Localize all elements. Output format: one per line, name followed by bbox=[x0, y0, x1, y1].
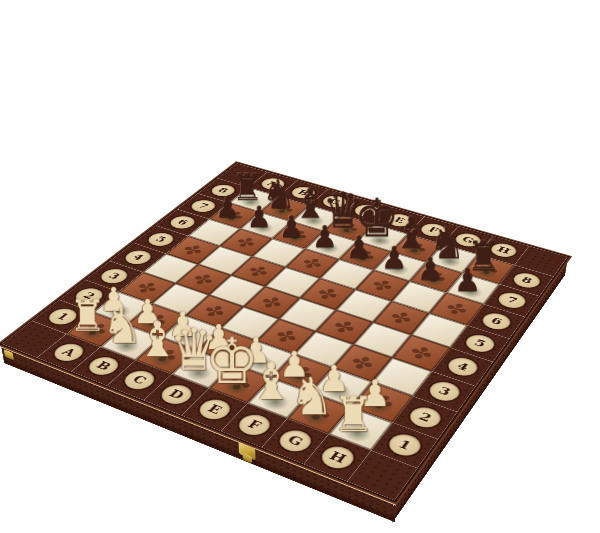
rosette-ornament: ✤ bbox=[368, 277, 398, 295]
file-label-bottom-g: G bbox=[274, 427, 316, 455]
black-pawn-g7: ♟ bbox=[417, 254, 444, 284]
rosette-ornament: ✤ bbox=[386, 309, 417, 328]
chess-set-photo: ABCDEFGH8♜✤♞♝✤♛♚✤♝♞✤♜87✤♟♟✤♟♟✤♟♟✤♟♟76✤✤✤… bbox=[0, 0, 600, 533]
rosette-ornament: ✤ bbox=[313, 285, 343, 303]
black-pawn-h7: ♟ bbox=[454, 265, 482, 296]
rank-label-right-2: 2 bbox=[405, 404, 445, 431]
rosette-ornament: ✤ bbox=[243, 263, 273, 280]
rosette-ornament: ✤ bbox=[406, 343, 438, 364]
rosette-ornament: ✤ bbox=[256, 294, 287, 313]
rank-label-right-3: 3 bbox=[425, 379, 464, 404]
black-pawn-a7: ♟ bbox=[215, 194, 240, 222]
rank-label-left-6: 6 bbox=[166, 214, 199, 231]
file-label-bottom-h: H bbox=[316, 443, 358, 472]
rosette-ornament: ✤ bbox=[329, 317, 361, 337]
rank-label-left-5: 5 bbox=[144, 231, 178, 249]
rank-label-right-7: 7 bbox=[495, 291, 529, 312]
brass-latch bbox=[238, 442, 255, 461]
rank-label-right-6: 6 bbox=[479, 311, 514, 333]
file-label-bottom-f: F bbox=[234, 412, 276, 439]
black-pawn-b7: ♟ bbox=[247, 203, 272, 231]
file-label-bottom-e: E bbox=[194, 397, 235, 423]
white-knight-g1: ♞ bbox=[289, 373, 333, 422]
black-pawn-d7: ♟ bbox=[312, 223, 338, 252]
rosette-ornament: ✤ bbox=[442, 300, 472, 319]
black-pawn-c7: ♟ bbox=[279, 213, 305, 242]
file-label-bottom-d: D bbox=[156, 382, 197, 408]
black-pawn-f7: ♟ bbox=[381, 243, 408, 273]
rosette-ornament: ✤ bbox=[298, 255, 327, 272]
black-pawn-e7: ♟ bbox=[346, 233, 372, 262]
white-rook-a1: ♜ bbox=[69, 296, 106, 337]
white-rook-h1: ♜ bbox=[333, 393, 374, 439]
rosette-ornament: ✤ bbox=[188, 271, 219, 289]
rosette-ornament: ✤ bbox=[232, 235, 261, 251]
rank-label-right-8: 8 bbox=[510, 271, 543, 291]
rank-label-right-1: 1 bbox=[384, 431, 425, 460]
rank-label-right-4: 4 bbox=[444, 355, 481, 379]
rank-label-left-4: 4 bbox=[121, 249, 156, 267]
rank-label-right-5: 5 bbox=[462, 333, 498, 356]
rosette-ornament: ✤ bbox=[178, 242, 208, 258]
brass-hinge bbox=[4, 350, 14, 361]
file-label-bottom-a: A bbox=[49, 341, 89, 364]
white-bishop-f1: ♝ bbox=[249, 359, 293, 407]
